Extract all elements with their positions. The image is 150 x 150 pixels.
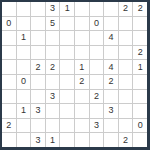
- grid-cell[interactable]: [133, 75, 147, 89]
- grid-cell[interactable]: [2, 90, 16, 104]
- grid-cell[interactable]: [90, 46, 104, 60]
- grid-cell[interactable]: [46, 31, 60, 45]
- grid-cell-clue[interactable]: 2: [119, 133, 133, 147]
- grid-cell[interactable]: [119, 46, 133, 60]
- grid-cell[interactable]: [60, 60, 74, 74]
- grid-cell[interactable]: [31, 31, 45, 45]
- grid-cell[interactable]: [2, 31, 16, 45]
- grid-cell-clue[interactable]: 4: [104, 60, 118, 74]
- grid-cell[interactable]: [90, 60, 104, 74]
- grid-cell[interactable]: [104, 2, 118, 16]
- grid-cell[interactable]: [17, 90, 31, 104]
- grid-cell[interactable]: [133, 133, 147, 147]
- grid-cell-clue[interactable]: 4: [104, 31, 118, 45]
- grid-cell-clue[interactable]: 2: [119, 2, 133, 16]
- grid-cell[interactable]: [2, 133, 16, 147]
- grid-cell[interactable]: [119, 31, 133, 45]
- grid-cell-clue[interactable]: 2: [46, 60, 60, 74]
- grid-cell[interactable]: [60, 119, 74, 133]
- grid-cell[interactable]: [2, 104, 16, 118]
- puzzle-board: 31220501422214102232133230312: [0, 0, 150, 150]
- grid-cell[interactable]: [104, 119, 118, 133]
- grid-cell[interactable]: [31, 75, 45, 89]
- grid-cell[interactable]: [2, 2, 16, 16]
- grid-cell-clue[interactable]: 2: [2, 119, 16, 133]
- grid-cell-clue[interactable]: 3: [31, 133, 45, 147]
- grid-cell[interactable]: [31, 2, 45, 16]
- grid-cell-clue[interactable]: 0: [17, 75, 31, 89]
- grid-cell[interactable]: [104, 46, 118, 60]
- grid-cell-clue[interactable]: 3: [104, 104, 118, 118]
- grid-cell[interactable]: [133, 17, 147, 31]
- grid-cell-clue[interactable]: 2: [104, 75, 118, 89]
- grid-cell-clue[interactable]: 3: [31, 104, 45, 118]
- grid-cell-clue[interactable]: 3: [46, 2, 60, 16]
- grid-cell-clue[interactable]: 2: [90, 90, 104, 104]
- grid-cell[interactable]: [75, 104, 89, 118]
- grid-cell[interactable]: [60, 90, 74, 104]
- grid-cell[interactable]: [60, 31, 74, 45]
- grid-cell[interactable]: [119, 17, 133, 31]
- grid-cell-clue[interactable]: 2: [133, 2, 147, 16]
- grid-cell[interactable]: [119, 60, 133, 74]
- grid-cell-clue[interactable]: 1: [75, 60, 89, 74]
- grid-cell-clue[interactable]: 2: [75, 75, 89, 89]
- grid-cell[interactable]: [90, 104, 104, 118]
- grid-cell[interactable]: [31, 46, 45, 60]
- grid-cell[interactable]: [17, 17, 31, 31]
- grid-cell[interactable]: [17, 2, 31, 16]
- grid-cell[interactable]: [119, 75, 133, 89]
- grid-cell[interactable]: [133, 90, 147, 104]
- grid-cell[interactable]: [60, 46, 74, 60]
- grid-cell-clue[interactable]: 0: [90, 17, 104, 31]
- grid-cell[interactable]: [75, 17, 89, 31]
- grid-cell[interactable]: [60, 75, 74, 89]
- grid-cell[interactable]: [2, 46, 16, 60]
- grid-cell[interactable]: [2, 75, 16, 89]
- grid-cell[interactable]: [46, 75, 60, 89]
- grid-cell[interactable]: [133, 31, 147, 45]
- grid-cell[interactable]: [2, 60, 16, 74]
- grid-cell[interactable]: [119, 90, 133, 104]
- grid-cell[interactable]: [104, 90, 118, 104]
- grid-cell[interactable]: [90, 133, 104, 147]
- grid-cell[interactable]: [104, 133, 118, 147]
- grid-cell[interactable]: [31, 17, 45, 31]
- grid-cell[interactable]: [46, 119, 60, 133]
- grid-cell-clue[interactable]: 0: [2, 17, 16, 31]
- grid-cell-clue[interactable]: 1: [46, 133, 60, 147]
- grid-cell-clue[interactable]: 2: [133, 46, 147, 60]
- grid-cell[interactable]: [60, 104, 74, 118]
- grid-cell[interactable]: [75, 119, 89, 133]
- grid-cell[interactable]: [60, 17, 74, 31]
- grid-cell[interactable]: [75, 31, 89, 45]
- grid-cell-clue[interactable]: 3: [90, 119, 104, 133]
- grid-cell-clue[interactable]: 1: [60, 2, 74, 16]
- grid-cell[interactable]: [60, 133, 74, 147]
- grid-cell-clue[interactable]: 3: [46, 90, 60, 104]
- grid-cell-clue[interactable]: 2: [31, 60, 45, 74]
- grid-cell-clue[interactable]: 0: [133, 119, 147, 133]
- grid-cell-clue[interactable]: 1: [133, 60, 147, 74]
- grid-cell[interactable]: [75, 90, 89, 104]
- grid-cell[interactable]: [17, 60, 31, 74]
- grid-cell[interactable]: [31, 119, 45, 133]
- grid-cell[interactable]: [90, 2, 104, 16]
- grid-cell[interactable]: [17, 46, 31, 60]
- grid-cell[interactable]: [75, 2, 89, 16]
- grid-cell[interactable]: [46, 104, 60, 118]
- grid-cell[interactable]: [133, 104, 147, 118]
- grid-cell[interactable]: [75, 133, 89, 147]
- grid-cell[interactable]: [31, 90, 45, 104]
- grid-cell[interactable]: [17, 133, 31, 147]
- grid-cell[interactable]: [119, 104, 133, 118]
- grid-cell[interactable]: [75, 46, 89, 60]
- grid-cell[interactable]: [119, 119, 133, 133]
- grid-cell[interactable]: [17, 119, 31, 133]
- grid-cell-clue[interactable]: 5: [46, 17, 60, 31]
- grid-cell[interactable]: [46, 46, 60, 60]
- grid-cell[interactable]: [104, 17, 118, 31]
- grid-cell-clue[interactable]: 1: [17, 104, 31, 118]
- grid-cell-clue[interactable]: 1: [17, 31, 31, 45]
- grid-cell[interactable]: [90, 31, 104, 45]
- grid-cell[interactable]: [90, 75, 104, 89]
